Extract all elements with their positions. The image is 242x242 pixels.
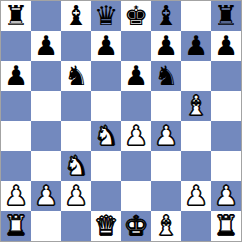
piece-black-bishop-c8[interactable]: ♝ [64,2,88,29]
piece-black-rook-h8[interactable]: ♜ [214,2,238,29]
square-f1[interactable]: ♝ [151,211,181,241]
piece-white-bishop-g5[interactable]: ♝ [184,92,208,119]
square-f4[interactable]: ♟ [151,121,181,151]
square-e2[interactable] [121,181,151,211]
piece-black-knight-f6[interactable]: ♞ [154,62,178,89]
square-h2[interactable]: ♟ [211,181,241,211]
square-b4[interactable] [31,121,61,151]
piece-black-king-e8[interactable]: ♚ [124,2,148,29]
square-b7[interactable]: ♟ [31,31,61,61]
square-h8[interactable]: ♜ [211,1,241,31]
square-d4[interactable]: ♞ [91,121,121,151]
piece-white-pawn-h2[interactable]: ♟ [214,182,238,209]
square-g3[interactable] [181,151,211,181]
square-f6[interactable]: ♞ [151,61,181,91]
square-d3[interactable] [91,151,121,181]
piece-black-pawn-h7[interactable]: ♟ [214,32,238,59]
square-a6[interactable]: ♟ [1,61,31,91]
square-g5[interactable]: ♝ [181,91,211,121]
square-d7[interactable]: ♟ [91,31,121,61]
square-a4[interactable] [1,121,31,151]
piece-white-pawn-c2[interactable]: ♟ [64,182,88,209]
square-c3[interactable]: ♞ [61,151,91,181]
square-e5[interactable] [121,91,151,121]
square-d5[interactable] [91,91,121,121]
square-a7[interactable] [1,31,31,61]
square-b8[interactable] [31,1,61,31]
piece-black-bishop-f8[interactable]: ♝ [154,2,178,29]
square-f5[interactable] [151,91,181,121]
piece-black-queen-d8[interactable]: ♛ [94,2,118,29]
square-d1[interactable]: ♛ [91,211,121,241]
square-c1[interactable] [61,211,91,241]
square-g4[interactable] [181,121,211,151]
piece-white-pawn-b2[interactable]: ♟ [34,182,58,209]
piece-white-queen-d1[interactable]: ♛ [94,212,118,239]
square-a5[interactable] [1,91,31,121]
square-e8[interactable]: ♚ [121,1,151,31]
square-b1[interactable] [31,211,61,241]
square-f8[interactable]: ♝ [151,1,181,31]
piece-white-king-e1[interactable]: ♚ [124,212,148,239]
square-g8[interactable] [181,1,211,31]
piece-black-rook-a8[interactable]: ♜ [4,2,28,29]
square-c4[interactable] [61,121,91,151]
piece-black-knight-c6[interactable]: ♞ [64,62,88,89]
square-h7[interactable]: ♟ [211,31,241,61]
piece-white-knight-d4[interactable]: ♞ [94,122,118,149]
square-g2[interactable]: ♟ [181,181,211,211]
square-e3[interactable] [121,151,151,181]
square-f3[interactable] [151,151,181,181]
piece-white-rook-h1[interactable]: ♜ [214,212,238,239]
square-c7[interactable] [61,31,91,61]
chess-board: ♜♝♛♚♝♜♟♟♟♟♟♟♞♟♞♝♞♟♟♞♟♟♟♟♟♜♛♚♝♜ [0,0,242,242]
piece-black-pawn-f7[interactable]: ♟ [154,32,178,59]
piece-black-pawn-a6[interactable]: ♟ [4,62,28,89]
piece-white-pawn-g2[interactable]: ♟ [184,182,208,209]
square-a2[interactable]: ♟ [1,181,31,211]
square-b6[interactable] [31,61,61,91]
piece-black-pawn-d7[interactable]: ♟ [94,32,118,59]
piece-white-knight-c3[interactable]: ♞ [64,152,88,179]
square-e7[interactable] [121,31,151,61]
square-h5[interactable] [211,91,241,121]
square-h1[interactable]: ♜ [211,211,241,241]
piece-black-pawn-g7[interactable]: ♟ [184,32,208,59]
square-c2[interactable]: ♟ [61,181,91,211]
square-a3[interactable] [1,151,31,181]
square-d6[interactable] [91,61,121,91]
square-g7[interactable]: ♟ [181,31,211,61]
square-a8[interactable]: ♜ [1,1,31,31]
piece-white-pawn-e4[interactable]: ♟ [124,122,148,149]
square-b3[interactable] [31,151,61,181]
piece-white-pawn-a2[interactable]: ♟ [4,182,28,209]
square-f2[interactable] [151,181,181,211]
square-h3[interactable] [211,151,241,181]
square-c5[interactable] [61,91,91,121]
square-e1[interactable]: ♚ [121,211,151,241]
piece-black-pawn-e6[interactable]: ♟ [124,62,148,89]
square-f7[interactable]: ♟ [151,31,181,61]
square-e6[interactable]: ♟ [121,61,151,91]
square-b2[interactable]: ♟ [31,181,61,211]
square-c6[interactable]: ♞ [61,61,91,91]
piece-white-rook-a1[interactable]: ♜ [4,212,28,239]
piece-white-bishop-f1[interactable]: ♝ [154,212,178,239]
square-b5[interactable] [31,91,61,121]
square-e4[interactable]: ♟ [121,121,151,151]
piece-white-pawn-f4[interactable]: ♟ [154,122,178,149]
square-h6[interactable] [211,61,241,91]
square-g1[interactable] [181,211,211,241]
square-g6[interactable] [181,61,211,91]
piece-black-pawn-b7[interactable]: ♟ [34,32,58,59]
square-d8[interactable]: ♛ [91,1,121,31]
square-c8[interactable]: ♝ [61,1,91,31]
square-h4[interactable] [211,121,241,151]
square-a1[interactable]: ♜ [1,211,31,241]
square-d2[interactable] [91,181,121,211]
